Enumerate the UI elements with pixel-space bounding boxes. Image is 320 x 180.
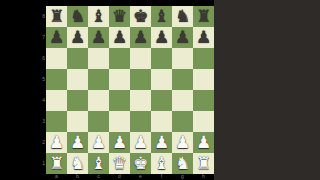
piece-white-pawn[interactable]: ♟ bbox=[172, 132, 193, 153]
square-e7[interactable]: ♟ bbox=[130, 27, 151, 48]
piece-black-pawn[interactable]: ♟ bbox=[151, 27, 172, 48]
side-panel: ⚙ 10:00 10 min ▾ Play 10:00 bbox=[214, 0, 320, 180]
rank-label-1: 1 bbox=[37, 153, 45, 174]
piece-white-knight[interactable]: ♞ bbox=[172, 153, 193, 174]
square-e5[interactable] bbox=[130, 69, 151, 90]
piece-white-knight[interactable]: ♞ bbox=[67, 153, 88, 174]
square-a8[interactable]: ♜ bbox=[46, 6, 67, 27]
piece-white-king[interactable]: ♚ bbox=[130, 153, 151, 174]
square-a6[interactable] bbox=[46, 48, 67, 69]
file-label-c: c bbox=[88, 173, 109, 180]
square-c3[interactable] bbox=[88, 111, 109, 132]
piece-black-pawn[interactable]: ♟ bbox=[130, 27, 151, 48]
square-d1[interactable]: ♛ bbox=[109, 153, 130, 174]
piece-white-rook[interactable]: ♜ bbox=[46, 153, 67, 174]
square-b2[interactable]: ♟ bbox=[67, 132, 88, 153]
chess-board: ♜♞♝♛♚♝♞♜♟♟♟♟♟♟♟♟♟♟♟♟♟♟♟♟♜♞♝♛♚♝♞♜ bbox=[46, 6, 214, 174]
square-f2[interactable]: ♟ bbox=[151, 132, 172, 153]
rank-label-7: 7 bbox=[37, 27, 45, 48]
rank-labels: 87654321 bbox=[37, 6, 45, 174]
file-label-d: d bbox=[109, 173, 130, 180]
square-d3[interactable] bbox=[109, 111, 130, 132]
square-g2[interactable]: ♟ bbox=[172, 132, 193, 153]
piece-white-bishop[interactable]: ♝ bbox=[151, 153, 172, 174]
square-b4[interactable] bbox=[67, 90, 88, 111]
piece-black-queen[interactable]: ♛ bbox=[109, 6, 130, 27]
piece-black-pawn[interactable]: ♟ bbox=[193, 27, 214, 48]
square-g8[interactable]: ♞ bbox=[172, 6, 193, 27]
square-a1[interactable]: ♜ bbox=[46, 153, 67, 174]
rank-label-3: 3 bbox=[37, 111, 45, 132]
piece-black-pawn[interactable]: ♟ bbox=[46, 27, 67, 48]
square-f3[interactable] bbox=[151, 111, 172, 132]
square-h8[interactable]: ♜ bbox=[193, 6, 214, 27]
square-d6[interactable] bbox=[109, 48, 130, 69]
square-h2[interactable]: ♟ bbox=[193, 132, 214, 153]
square-e6[interactable] bbox=[130, 48, 151, 69]
square-d4[interactable] bbox=[109, 90, 130, 111]
square-h6[interactable] bbox=[193, 48, 214, 69]
square-c8[interactable]: ♝ bbox=[88, 6, 109, 27]
file-label-g: g bbox=[172, 173, 193, 180]
square-b8[interactable]: ♞ bbox=[67, 6, 88, 27]
square-c2[interactable]: ♟ bbox=[88, 132, 109, 153]
square-f6[interactable] bbox=[151, 48, 172, 69]
piece-black-pawn[interactable]: ♟ bbox=[109, 27, 130, 48]
piece-white-bishop[interactable]: ♝ bbox=[88, 153, 109, 174]
square-b7[interactable]: ♟ bbox=[67, 27, 88, 48]
piece-black-king[interactable]: ♚ bbox=[130, 6, 151, 27]
square-c1[interactable]: ♝ bbox=[88, 153, 109, 174]
square-c4[interactable] bbox=[88, 90, 109, 111]
square-d7[interactable]: ♟ bbox=[109, 27, 130, 48]
square-g5[interactable] bbox=[172, 69, 193, 90]
square-h7[interactable]: ♟ bbox=[193, 27, 214, 48]
square-f5[interactable] bbox=[151, 69, 172, 90]
piece-black-rook[interactable]: ♜ bbox=[46, 6, 67, 27]
piece-white-pawn[interactable]: ♟ bbox=[88, 132, 109, 153]
file-labels: abcdefgh bbox=[46, 173, 214, 180]
square-b3[interactable] bbox=[67, 111, 88, 132]
square-c6[interactable] bbox=[88, 48, 109, 69]
square-e1[interactable]: ♚ bbox=[130, 153, 151, 174]
piece-white-pawn[interactable]: ♟ bbox=[193, 132, 214, 153]
square-f8[interactable]: ♝ bbox=[151, 6, 172, 27]
square-f4[interactable] bbox=[151, 90, 172, 111]
square-b1[interactable]: ♞ bbox=[67, 153, 88, 174]
piece-black-pawn[interactable]: ♟ bbox=[88, 27, 109, 48]
square-e4[interactable] bbox=[130, 90, 151, 111]
square-f7[interactable]: ♟ bbox=[151, 27, 172, 48]
piece-white-pawn[interactable]: ♟ bbox=[130, 132, 151, 153]
square-b5[interactable] bbox=[67, 69, 88, 90]
square-a7[interactable]: ♟ bbox=[46, 27, 67, 48]
piece-black-pawn[interactable]: ♟ bbox=[172, 27, 193, 48]
piece-white-pawn[interactable]: ♟ bbox=[151, 132, 172, 153]
square-b6[interactable] bbox=[67, 48, 88, 69]
square-d2[interactable]: ♟ bbox=[109, 132, 130, 153]
square-d8[interactable]: ♛ bbox=[109, 6, 130, 27]
square-g7[interactable]: ♟ bbox=[172, 27, 193, 48]
file-label-b: b bbox=[67, 173, 88, 180]
square-a4[interactable] bbox=[46, 90, 67, 111]
square-e3[interactable] bbox=[130, 111, 151, 132]
square-d5[interactable] bbox=[109, 69, 130, 90]
file-label-f: f bbox=[151, 173, 172, 180]
piece-white-queen[interactable]: ♛ bbox=[109, 153, 130, 174]
square-h4[interactable] bbox=[193, 90, 214, 111]
square-f1[interactable]: ♝ bbox=[151, 153, 172, 174]
file-label-a: a bbox=[46, 173, 67, 180]
square-h1[interactable]: ♜ bbox=[193, 153, 214, 174]
square-a2[interactable]: ♟ bbox=[46, 132, 67, 153]
piece-black-rook[interactable]: ♜ bbox=[193, 6, 214, 27]
piece-black-bishop[interactable]: ♝ bbox=[151, 6, 172, 27]
square-g6[interactable] bbox=[172, 48, 193, 69]
square-e8[interactable]: ♚ bbox=[130, 6, 151, 27]
piece-black-pawn[interactable]: ♟ bbox=[67, 27, 88, 48]
piece-black-bishop[interactable]: ♝ bbox=[88, 6, 109, 27]
piece-black-knight[interactable]: ♞ bbox=[172, 6, 193, 27]
square-h5[interactable] bbox=[193, 69, 214, 90]
square-g1[interactable]: ♞ bbox=[172, 153, 193, 174]
piece-white-pawn[interactable]: ♟ bbox=[67, 132, 88, 153]
rank-label-8: 8 bbox=[37, 6, 45, 27]
square-e2[interactable]: ♟ bbox=[130, 132, 151, 153]
square-a3[interactable] bbox=[46, 111, 67, 132]
piece-black-knight[interactable]: ♞ bbox=[67, 6, 88, 27]
file-label-h: h bbox=[193, 173, 214, 180]
piece-white-pawn[interactable]: ♟ bbox=[46, 132, 67, 153]
rank-label-5: 5 bbox=[37, 69, 45, 90]
square-c7[interactable]: ♟ bbox=[88, 27, 109, 48]
square-g4[interactable] bbox=[172, 90, 193, 111]
square-h3[interactable] bbox=[193, 111, 214, 132]
piece-white-pawn[interactable]: ♟ bbox=[109, 132, 130, 153]
rank-label-6: 6 bbox=[37, 48, 45, 69]
file-label-e: e bbox=[130, 173, 151, 180]
piece-white-rook[interactable]: ♜ bbox=[193, 153, 214, 174]
square-c5[interactable] bbox=[88, 69, 109, 90]
square-a5[interactable] bbox=[46, 69, 67, 90]
rank-label-2: 2 bbox=[37, 132, 45, 153]
rank-label-4: 4 bbox=[37, 90, 45, 111]
square-g3[interactable] bbox=[172, 111, 193, 132]
